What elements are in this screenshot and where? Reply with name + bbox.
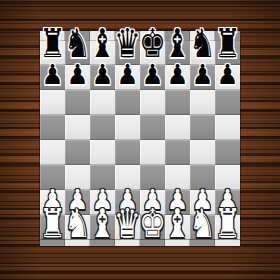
square-e1[interactable]: ♚ [140, 215, 165, 240]
piece-black-pawn[interactable]: ♟ [192, 61, 214, 89]
piece-black-bishop[interactable]: ♝ [164, 24, 191, 64]
square-d6[interactable] [115, 90, 140, 115]
square-d4[interactable] [115, 140, 140, 165]
square-f7[interactable]: ♟ [165, 65, 190, 90]
piece-black-pawn[interactable]: ♟ [67, 61, 89, 89]
piece-black-rook[interactable]: ♜ [39, 24, 66, 64]
square-d5[interactable] [115, 115, 140, 140]
piece-white-queen[interactable]: ♛ [114, 204, 141, 244]
chess-app-window: ♜♞♝♛♚♝♞♜♟♟♟♟♟♟♟♟♟♟♟♟♟♟♟♟♜♞♝♛♚♝♞♜ [0, 0, 280, 280]
piece-black-rook[interactable]: ♜ [214, 24, 241, 64]
square-h6[interactable] [215, 90, 240, 115]
square-c5[interactable] [90, 115, 115, 140]
square-h5[interactable] [215, 115, 240, 140]
square-c7[interactable]: ♟ [90, 65, 115, 90]
square-a4[interactable] [40, 140, 65, 165]
piece-black-pawn[interactable]: ♟ [42, 61, 64, 89]
square-b6[interactable] [65, 90, 90, 115]
piece-white-knight[interactable]: ♞ [64, 204, 91, 244]
piece-black-bishop[interactable]: ♝ [89, 24, 116, 64]
piece-black-pawn[interactable]: ♟ [167, 61, 189, 89]
square-g5[interactable] [190, 115, 215, 140]
square-f1[interactable]: ♝ [165, 215, 190, 240]
piece-black-pawn[interactable]: ♟ [142, 61, 164, 89]
piece-white-knight[interactable]: ♞ [189, 204, 216, 244]
piece-white-bishop[interactable]: ♝ [89, 204, 116, 244]
square-g7[interactable]: ♟ [190, 65, 215, 90]
square-a1[interactable]: ♜ [40, 215, 65, 240]
piece-black-queen[interactable]: ♛ [114, 24, 141, 64]
square-e4[interactable] [140, 140, 165, 165]
square-b5[interactable] [65, 115, 90, 140]
piece-black-pawn[interactable]: ♟ [117, 61, 139, 89]
square-d7[interactable]: ♟ [115, 65, 140, 90]
square-f5[interactable] [165, 115, 190, 140]
piece-black-pawn[interactable]: ♟ [92, 61, 114, 89]
square-h4[interactable] [215, 140, 240, 165]
square-h1[interactable]: ♜ [215, 215, 240, 240]
piece-white-rook[interactable]: ♜ [214, 204, 241, 244]
square-g6[interactable] [190, 90, 215, 115]
square-g1[interactable]: ♞ [190, 215, 215, 240]
piece-black-knight[interactable]: ♞ [189, 24, 216, 64]
square-b7[interactable]: ♟ [65, 65, 90, 90]
square-e5[interactable] [140, 115, 165, 140]
piece-white-bishop[interactable]: ♝ [164, 204, 191, 244]
piece-white-king[interactable]: ♚ [139, 204, 166, 244]
square-a7[interactable]: ♟ [40, 65, 65, 90]
square-a6[interactable] [40, 90, 65, 115]
piece-black-king[interactable]: ♚ [139, 24, 166, 64]
square-h7[interactable]: ♟ [215, 65, 240, 90]
square-c1[interactable]: ♝ [90, 215, 115, 240]
square-b4[interactable] [65, 140, 90, 165]
square-g4[interactable] [190, 140, 215, 165]
piece-black-knight[interactable]: ♞ [64, 24, 91, 64]
square-f6[interactable] [165, 90, 190, 115]
square-e7[interactable]: ♟ [140, 65, 165, 90]
square-f4[interactable] [165, 140, 190, 165]
piece-black-pawn[interactable]: ♟ [217, 61, 239, 89]
square-c6[interactable] [90, 90, 115, 115]
square-b1[interactable]: ♞ [65, 215, 90, 240]
square-e6[interactable] [140, 90, 165, 115]
chess-board: ♜♞♝♛♚♝♞♜♟♟♟♟♟♟♟♟♟♟♟♟♟♟♟♟♜♞♝♛♚♝♞♜ [40, 40, 240, 240]
square-c4[interactable] [90, 140, 115, 165]
square-d1[interactable]: ♛ [115, 215, 140, 240]
square-a5[interactable] [40, 115, 65, 140]
piece-white-rook[interactable]: ♜ [39, 204, 66, 244]
